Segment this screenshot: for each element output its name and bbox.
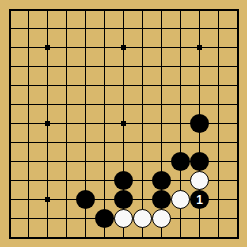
cell-M11[interactable] <box>209 38 228 57</box>
cell-M4[interactable] <box>209 171 228 190</box>
cell-H8[interactable] <box>133 95 152 114</box>
cell-J10[interactable] <box>152 57 171 76</box>
cell-K1[interactable] <box>171 228 190 247</box>
cell-K13[interactable] <box>171 0 190 19</box>
cell-K9[interactable] <box>171 76 190 95</box>
cell-J6[interactable] <box>152 133 171 152</box>
star-point <box>197 45 202 50</box>
black-stone-G3[interactable] <box>114 190 133 209</box>
star-point <box>121 45 126 50</box>
cell-D6[interactable] <box>57 133 76 152</box>
cell-E3[interactable] <box>76 190 95 209</box>
cell-G9[interactable] <box>114 76 133 95</box>
cell-D9[interactable] <box>57 76 76 95</box>
cell-J4[interactable] <box>152 171 171 190</box>
cell-M1[interactable] <box>209 228 228 247</box>
cell-C9[interactable] <box>38 76 57 95</box>
cell-N9[interactable] <box>228 76 247 95</box>
cell-L2[interactable] <box>190 209 209 228</box>
cell-E1[interactable] <box>76 228 95 247</box>
cell-H11[interactable] <box>133 38 152 57</box>
cell-L13[interactable] <box>190 0 209 19</box>
cell-A6[interactable] <box>0 133 19 152</box>
cell-A2[interactable] <box>0 209 19 228</box>
cell-F5[interactable] <box>95 152 114 171</box>
black-stone-J3[interactable] <box>152 190 171 209</box>
cell-H5[interactable] <box>133 152 152 171</box>
cell-J13[interactable] <box>152 0 171 19</box>
cell-B7[interactable] <box>19 114 38 133</box>
cell-N8[interactable] <box>228 95 247 114</box>
cell-H2[interactable] <box>133 209 152 228</box>
cell-A3[interactable] <box>0 190 19 209</box>
cell-F6[interactable] <box>95 133 114 152</box>
cell-K5[interactable] <box>171 152 190 171</box>
cell-K4[interactable] <box>171 171 190 190</box>
black-stone-G4[interactable] <box>114 171 133 190</box>
cell-N12[interactable] <box>228 19 247 38</box>
cell-E11[interactable] <box>76 38 95 57</box>
cell-C5[interactable] <box>38 152 57 171</box>
cell-G8[interactable] <box>114 95 133 114</box>
cell-N11[interactable] <box>228 38 247 57</box>
black-stone-K5[interactable] <box>171 152 190 171</box>
cell-J8[interactable] <box>152 95 171 114</box>
cell-F1[interactable] <box>95 228 114 247</box>
cell-C8[interactable] <box>38 95 57 114</box>
cell-C10[interactable] <box>38 57 57 76</box>
cell-A8[interactable] <box>0 95 19 114</box>
cell-M12[interactable] <box>209 19 228 38</box>
cell-E12[interactable] <box>76 19 95 38</box>
cell-C2[interactable] <box>38 209 57 228</box>
cell-A5[interactable] <box>0 152 19 171</box>
cell-E13[interactable] <box>76 0 95 19</box>
cell-L9[interactable] <box>190 76 209 95</box>
cell-N4[interactable] <box>228 171 247 190</box>
cell-C12[interactable] <box>38 19 57 38</box>
cell-N6[interactable] <box>228 133 247 152</box>
black-stone-E3[interactable] <box>76 190 95 209</box>
cell-B3[interactable] <box>19 190 38 209</box>
cell-E4[interactable] <box>76 171 95 190</box>
cell-B1[interactable] <box>19 228 38 247</box>
cell-G11[interactable] <box>114 38 133 57</box>
cell-L6[interactable] <box>190 133 209 152</box>
cell-C13[interactable] <box>38 0 57 19</box>
black-stone-J4[interactable] <box>152 171 171 190</box>
move-number-label: 1 <box>196 194 203 206</box>
cell-C11[interactable] <box>38 38 57 57</box>
white-stone-H2[interactable] <box>133 209 152 228</box>
cell-G12[interactable] <box>114 19 133 38</box>
black-stone-L5[interactable] <box>190 152 209 171</box>
cell-J5[interactable] <box>152 152 171 171</box>
cell-B8[interactable] <box>19 95 38 114</box>
cell-M7[interactable] <box>209 114 228 133</box>
cell-H13[interactable] <box>133 0 152 19</box>
cell-F2[interactable] <box>95 209 114 228</box>
cell-L11[interactable] <box>190 38 209 57</box>
cell-M3[interactable] <box>209 190 228 209</box>
cell-C1[interactable] <box>38 228 57 247</box>
cell-N13[interactable] <box>228 0 247 19</box>
cell-L3[interactable]: 1 <box>190 190 209 209</box>
cell-J1[interactable] <box>152 228 171 247</box>
cell-C7[interactable] <box>38 114 57 133</box>
cell-B11[interactable] <box>19 38 38 57</box>
cell-F8[interactable] <box>95 95 114 114</box>
cell-A10[interactable] <box>0 57 19 76</box>
cell-H4[interactable] <box>133 171 152 190</box>
cell-M2[interactable] <box>209 209 228 228</box>
cell-B4[interactable] <box>19 171 38 190</box>
cell-K10[interactable] <box>171 57 190 76</box>
cell-D11[interactable] <box>57 38 76 57</box>
cell-H3[interactable] <box>133 190 152 209</box>
cell-N2[interactable] <box>228 209 247 228</box>
cell-E8[interactable] <box>76 95 95 114</box>
cell-J12[interactable] <box>152 19 171 38</box>
cell-D4[interactable] <box>57 171 76 190</box>
cell-J7[interactable] <box>152 114 171 133</box>
cell-G7[interactable] <box>114 114 133 133</box>
cell-M10[interactable] <box>209 57 228 76</box>
cell-D10[interactable] <box>57 57 76 76</box>
white-stone-K3[interactable] <box>171 190 190 209</box>
cell-N1[interactable] <box>228 228 247 247</box>
cell-C4[interactable] <box>38 171 57 190</box>
cell-K3[interactable] <box>171 190 190 209</box>
cell-F7[interactable] <box>95 114 114 133</box>
cell-E6[interactable] <box>76 133 95 152</box>
cell-M5[interactable] <box>209 152 228 171</box>
go-diagram: 1 <box>0 0 247 247</box>
cell-F10[interactable] <box>95 57 114 76</box>
cell-L8[interactable] <box>190 95 209 114</box>
cell-J9[interactable] <box>152 76 171 95</box>
cell-B5[interactable] <box>19 152 38 171</box>
cell-H9[interactable] <box>133 76 152 95</box>
white-stone-J2[interactable] <box>152 209 171 228</box>
star-point <box>45 121 50 126</box>
cell-C3[interactable] <box>38 190 57 209</box>
white-stone-L4[interactable] <box>190 171 209 190</box>
cell-G5[interactable] <box>114 152 133 171</box>
cell-F9[interactable] <box>95 76 114 95</box>
cell-N10[interactable] <box>228 57 247 76</box>
cell-K8[interactable] <box>171 95 190 114</box>
cell-K7[interactable] <box>171 114 190 133</box>
cell-A7[interactable] <box>0 114 19 133</box>
black-stone-F2[interactable] <box>95 209 114 228</box>
cell-D12[interactable] <box>57 19 76 38</box>
cell-E7[interactable] <box>76 114 95 133</box>
cell-A13[interactable] <box>0 0 19 19</box>
cell-N3[interactable] <box>228 190 247 209</box>
cell-A12[interactable] <box>0 19 19 38</box>
cell-L7[interactable] <box>190 114 209 133</box>
go-board: 1 <box>0 0 247 247</box>
cell-H1[interactable] <box>133 228 152 247</box>
cell-D13[interactable] <box>57 0 76 19</box>
cell-L12[interactable] <box>190 19 209 38</box>
cell-E10[interactable] <box>76 57 95 76</box>
cell-K6[interactable] <box>171 133 190 152</box>
cell-H6[interactable] <box>133 133 152 152</box>
cell-B13[interactable] <box>19 0 38 19</box>
cell-E9[interactable] <box>76 76 95 95</box>
cell-G2[interactable] <box>114 209 133 228</box>
cell-F3[interactable] <box>95 190 114 209</box>
star-point <box>121 121 126 126</box>
cell-N7[interactable] <box>228 114 247 133</box>
cell-G1[interactable] <box>114 228 133 247</box>
black-stone-L7[interactable] <box>190 114 209 133</box>
cell-H7[interactable] <box>133 114 152 133</box>
cell-A1[interactable] <box>0 228 19 247</box>
cell-D3[interactable] <box>57 190 76 209</box>
cell-B12[interactable] <box>19 19 38 38</box>
cell-G4[interactable] <box>114 171 133 190</box>
cell-L10[interactable] <box>190 57 209 76</box>
cell-M9[interactable] <box>209 76 228 95</box>
cell-K12[interactable] <box>171 19 190 38</box>
cell-F12[interactable] <box>95 19 114 38</box>
star-point <box>45 197 50 202</box>
cell-J3[interactable] <box>152 190 171 209</box>
cell-K11[interactable] <box>171 38 190 57</box>
cell-F4[interactable] <box>95 171 114 190</box>
cell-G10[interactable] <box>114 57 133 76</box>
cell-B2[interactable] <box>19 209 38 228</box>
cell-D5[interactable] <box>57 152 76 171</box>
cell-D2[interactable] <box>57 209 76 228</box>
cell-B9[interactable] <box>19 76 38 95</box>
cell-J2[interactable] <box>152 209 171 228</box>
cell-E5[interactable] <box>76 152 95 171</box>
cell-L5[interactable] <box>190 152 209 171</box>
cell-B10[interactable] <box>19 57 38 76</box>
cell-H10[interactable] <box>133 57 152 76</box>
cell-A11[interactable] <box>0 38 19 57</box>
white-stone-G2[interactable] <box>114 209 133 228</box>
cell-F13[interactable] <box>95 0 114 19</box>
cell-D1[interactable] <box>57 228 76 247</box>
cell-L1[interactable] <box>190 228 209 247</box>
cell-G13[interactable] <box>114 0 133 19</box>
cell-D8[interactable] <box>57 95 76 114</box>
cell-B6[interactable] <box>19 133 38 152</box>
cell-C6[interactable] <box>38 133 57 152</box>
cell-G6[interactable] <box>114 133 133 152</box>
black-stone-L3[interactable]: 1 <box>190 190 209 209</box>
cell-F11[interactable] <box>95 38 114 57</box>
cell-A4[interactable] <box>0 171 19 190</box>
cell-E2[interactable] <box>76 209 95 228</box>
cell-G3[interactable] <box>114 190 133 209</box>
cell-D7[interactable] <box>57 114 76 133</box>
cell-M6[interactable] <box>209 133 228 152</box>
cell-H12[interactable] <box>133 19 152 38</box>
cell-A9[interactable] <box>0 76 19 95</box>
cell-N5[interactable] <box>228 152 247 171</box>
cell-M13[interactable] <box>209 0 228 19</box>
star-point <box>45 45 50 50</box>
cell-K2[interactable] <box>171 209 190 228</box>
cell-L4[interactable] <box>190 171 209 190</box>
cell-J11[interactable] <box>152 38 171 57</box>
cell-M8[interactable] <box>209 95 228 114</box>
